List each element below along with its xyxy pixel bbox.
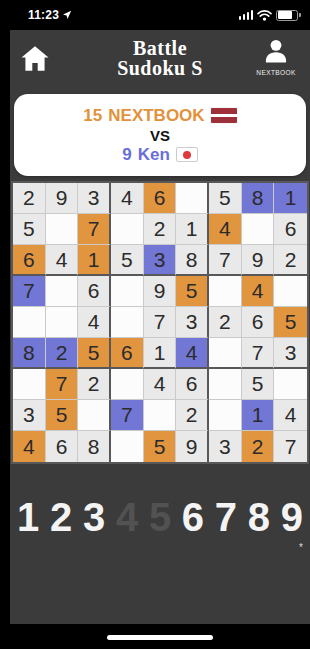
cell-r7c8[interactable]: 5 bbox=[242, 369, 275, 400]
numpad-key-5[interactable]: 5 bbox=[149, 497, 171, 537]
cell-r1c2[interactable]: 9 bbox=[46, 183, 79, 214]
home-indicator[interactable] bbox=[107, 635, 213, 640]
cell-r5c9[interactable]: 5 bbox=[274, 307, 307, 338]
cell-r8c4[interactable]: 7 bbox=[111, 400, 144, 431]
number-pad-area: 123456789 * bbox=[10, 464, 310, 624]
cell-r2c8[interactable] bbox=[242, 214, 275, 245]
cell-r9c4[interactable] bbox=[111, 431, 144, 462]
numpad-key-8[interactable]: 8 bbox=[248, 497, 270, 537]
cell-r5c1[interactable] bbox=[13, 307, 46, 338]
cell-r2c2[interactable] bbox=[46, 214, 79, 245]
match-card: 15 NEXTBOOK VS 9 Ken bbox=[14, 94, 306, 176]
cell-r3c4[interactable]: 5 bbox=[111, 245, 144, 276]
cell-r3c1[interactable]: 6 bbox=[13, 245, 46, 276]
cell-r9c2[interactable]: 6 bbox=[46, 431, 79, 462]
number-pad: 123456789 bbox=[10, 497, 310, 537]
profile-label: NEXTBOOK bbox=[248, 69, 304, 76]
cell-r5c5[interactable]: 7 bbox=[144, 307, 177, 338]
cell-r3c3[interactable]: 1 bbox=[78, 245, 111, 276]
cell-r8c5[interactable] bbox=[144, 400, 177, 431]
vs-label: VS bbox=[150, 127, 170, 144]
sudoku-board: 2934658157214664153879276954473265825614… bbox=[11, 181, 309, 464]
cell-r9c8[interactable]: 2 bbox=[242, 431, 275, 462]
player1-row: 15 NEXTBOOK bbox=[83, 106, 236, 126]
header: Battle Sudoku S NEXTBOOK bbox=[10, 30, 310, 88]
cell-r1c3[interactable]: 3 bbox=[78, 183, 111, 214]
cell-r1c7[interactable]: 5 bbox=[209, 183, 242, 214]
cellular-signal-icon bbox=[239, 10, 254, 20]
cell-r2c9[interactable]: 6 bbox=[274, 214, 307, 245]
cell-r6c6[interactable]: 4 bbox=[176, 338, 209, 369]
player2-score: 9 bbox=[122, 145, 131, 165]
cell-r2c4[interactable] bbox=[111, 214, 144, 245]
japan-flag bbox=[176, 147, 198, 162]
numpad-key-6[interactable]: 6 bbox=[182, 497, 204, 537]
cell-r6c4[interactable]: 6 bbox=[111, 338, 144, 369]
numpad-key-7[interactable]: 7 bbox=[215, 497, 237, 537]
bottom-bar bbox=[10, 624, 310, 649]
cell-r6c1[interactable]: 8 bbox=[13, 338, 46, 369]
cell-r5c6[interactable]: 3 bbox=[176, 307, 209, 338]
player1-name: NEXTBOOK bbox=[108, 106, 204, 126]
cell-r4c1[interactable]: 7 bbox=[13, 276, 46, 307]
cell-r6c5[interactable]: 1 bbox=[144, 338, 177, 369]
cell-r7c9[interactable] bbox=[274, 369, 307, 400]
asterisk-mark: * bbox=[299, 542, 303, 553]
home-icon bbox=[20, 45, 50, 72]
numpad-key-9[interactable]: 9 bbox=[281, 497, 303, 537]
cell-r4c9[interactable] bbox=[274, 276, 307, 307]
cell-r8c6[interactable]: 2 bbox=[176, 400, 209, 431]
cell-r9c5[interactable]: 5 bbox=[144, 431, 177, 462]
cell-r4c2[interactable] bbox=[46, 276, 79, 307]
cell-r2c6[interactable]: 1 bbox=[176, 214, 209, 245]
cell-r7c5[interactable]: 4 bbox=[144, 369, 177, 400]
cell-r4c8[interactable]: 4 bbox=[242, 276, 275, 307]
cell-r8c8[interactable]: 1 bbox=[242, 400, 275, 431]
cell-r4c6[interactable]: 5 bbox=[176, 276, 209, 307]
cell-r9c7[interactable]: 3 bbox=[209, 431, 242, 462]
cell-r3c6[interactable]: 8 bbox=[176, 245, 209, 276]
cell-r7c4[interactable] bbox=[111, 369, 144, 400]
cell-r7c3[interactable]: 2 bbox=[78, 369, 111, 400]
cell-r3c7[interactable]: 7 bbox=[209, 245, 242, 276]
home-button[interactable] bbox=[18, 42, 52, 74]
cell-r9c3[interactable]: 8 bbox=[78, 431, 111, 462]
clock: 11:23 bbox=[28, 8, 59, 22]
cell-r3c9[interactable]: 2 bbox=[274, 245, 307, 276]
battery-icon bbox=[276, 10, 298, 21]
cell-r1c5[interactable]: 6 bbox=[144, 183, 177, 214]
cell-r7c1[interactable] bbox=[13, 369, 46, 400]
cell-r4c5[interactable]: 9 bbox=[144, 276, 177, 307]
person-icon bbox=[261, 38, 291, 65]
cell-r7c6[interactable]: 6 bbox=[176, 369, 209, 400]
cell-r1c1[interactable]: 2 bbox=[13, 183, 46, 214]
cell-r7c2[interactable]: 7 bbox=[46, 369, 79, 400]
cell-r3c2[interactable]: 4 bbox=[46, 245, 79, 276]
cell-r5c4[interactable] bbox=[111, 307, 144, 338]
player2-row: 9 Ken bbox=[122, 145, 198, 165]
cell-r6c2[interactable]: 2 bbox=[46, 338, 79, 369]
cell-r5c2[interactable] bbox=[46, 307, 79, 338]
cell-r4c7[interactable] bbox=[209, 276, 242, 307]
cell-r8c7[interactable] bbox=[209, 400, 242, 431]
player1-score: 15 bbox=[83, 106, 102, 126]
cell-r9c9[interactable]: 7 bbox=[274, 431, 307, 462]
cell-r2c1[interactable]: 5 bbox=[13, 214, 46, 245]
cell-r5c7[interactable]: 2 bbox=[209, 307, 242, 338]
cell-r8c2[interactable]: 5 bbox=[46, 400, 79, 431]
app-screen: 11:23 bbox=[10, 0, 310, 649]
cell-r2c3[interactable]: 7 bbox=[78, 214, 111, 245]
cell-r4c3[interactable]: 6 bbox=[78, 276, 111, 307]
cell-r9c1[interactable]: 4 bbox=[13, 431, 46, 462]
cell-r5c8[interactable]: 6 bbox=[242, 307, 275, 338]
player2-name: Ken bbox=[138, 145, 170, 165]
cell-r1c8[interactable]: 8 bbox=[242, 183, 275, 214]
numpad-key-2[interactable]: 2 bbox=[50, 497, 72, 537]
cell-r5c3[interactable]: 4 bbox=[78, 307, 111, 338]
cell-r1c6[interactable] bbox=[176, 183, 209, 214]
cell-r8c9[interactable]: 4 bbox=[274, 400, 307, 431]
location-arrow-icon bbox=[62, 10, 72, 20]
cell-r3c5[interactable]: 3 bbox=[144, 245, 177, 276]
latvia-flag bbox=[211, 108, 237, 123]
cell-r8c3[interactable] bbox=[78, 400, 111, 431]
profile-button[interactable]: NEXTBOOK bbox=[248, 38, 304, 76]
cell-r8c1[interactable]: 3 bbox=[13, 400, 46, 431]
wifi-icon bbox=[257, 10, 272, 21]
cell-r6c8[interactable]: 7 bbox=[242, 338, 275, 369]
cell-r2c7[interactable]: 4 bbox=[209, 214, 242, 245]
cell-r6c9[interactable]: 3 bbox=[274, 338, 307, 369]
cell-r7c7[interactable] bbox=[209, 369, 242, 400]
numpad-key-3[interactable]: 3 bbox=[83, 497, 105, 537]
cell-r6c7[interactable] bbox=[209, 338, 242, 369]
cell-r1c9[interactable]: 1 bbox=[274, 183, 307, 214]
cell-r3c8[interactable]: 9 bbox=[242, 245, 275, 276]
numpad-key-4[interactable]: 4 bbox=[116, 497, 138, 537]
cell-r6c3[interactable]: 5 bbox=[78, 338, 111, 369]
cell-r4c4[interactable] bbox=[111, 276, 144, 307]
cell-r1c4[interactable]: 4 bbox=[111, 183, 144, 214]
status-bar: 11:23 bbox=[10, 0, 310, 30]
cell-r2c5[interactable]: 2 bbox=[144, 214, 177, 245]
numpad-key-1[interactable]: 1 bbox=[17, 497, 39, 537]
app-title: Battle Sudoku S bbox=[117, 39, 203, 78]
cell-r9c6[interactable]: 9 bbox=[176, 431, 209, 462]
